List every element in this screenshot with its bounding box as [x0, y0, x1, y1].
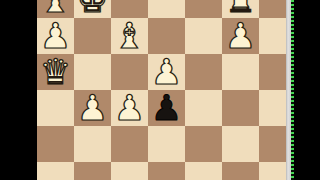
- white-pawn-piece: ♟: [222, 18, 259, 54]
- green-dotted-edge: [291, 0, 294, 180]
- pillarbox-right: [294, 0, 320, 180]
- square-b7: ♟: [37, 18, 74, 54]
- white-bishop-piece: ♝: [111, 18, 148, 54]
- square-c5: ♟: [74, 90, 111, 126]
- square-c3: [74, 162, 111, 180]
- white-queen-piece: ♛: [37, 54, 74, 90]
- square-g5: [222, 90, 259, 126]
- white-king-piece: ♚: [74, 0, 111, 18]
- square-f4: [185, 126, 222, 162]
- square-g3: [222, 162, 259, 180]
- square-b6: ♛: [37, 54, 74, 90]
- video-frame: ♝♚♜♟♝♟♛♟♟♟♟: [0, 0, 320, 180]
- square-b3: [37, 162, 74, 180]
- white-pawn-piece: ♟: [148, 54, 185, 90]
- square-e5: ♟: [148, 90, 185, 126]
- square-d8: [111, 0, 148, 18]
- square-d3: [111, 162, 148, 180]
- square-c8: ♚: [74, 0, 111, 18]
- pillarbox-left: [0, 0, 37, 180]
- square-f8: [185, 0, 222, 18]
- square-e3: [148, 162, 185, 180]
- square-f7: [185, 18, 222, 54]
- square-c7: [74, 18, 111, 54]
- square-b8: ♝: [37, 0, 74, 18]
- black-pawn-piece: ♟: [148, 90, 185, 126]
- square-e6: ♟: [148, 54, 185, 90]
- square-g8: ♜: [222, 0, 259, 18]
- chess-board: ♝♚♜♟♝♟♛♟♟♟♟: [37, 0, 296, 180]
- white-pawn-piece: ♟: [111, 90, 148, 126]
- square-c6: [74, 54, 111, 90]
- square-f3: [185, 162, 222, 180]
- white-bishop-piece: ♝: [37, 0, 74, 18]
- square-c4: [74, 126, 111, 162]
- square-d6: [111, 54, 148, 90]
- square-d7: ♝: [111, 18, 148, 54]
- square-f6: [185, 54, 222, 90]
- square-e4: [148, 126, 185, 162]
- square-e7: [148, 18, 185, 54]
- white-pawn-piece: ♟: [37, 18, 74, 54]
- square-b4: [37, 126, 74, 162]
- square-b5: [37, 90, 74, 126]
- white-rook-piece: ♜: [222, 0, 259, 18]
- square-d4: [111, 126, 148, 162]
- white-pawn-piece: ♟: [74, 90, 111, 126]
- square-g4: [222, 126, 259, 162]
- square-g7: ♟: [222, 18, 259, 54]
- square-d5: ♟: [111, 90, 148, 126]
- square-e8: [148, 0, 185, 18]
- square-f5: [185, 90, 222, 126]
- square-g6: [222, 54, 259, 90]
